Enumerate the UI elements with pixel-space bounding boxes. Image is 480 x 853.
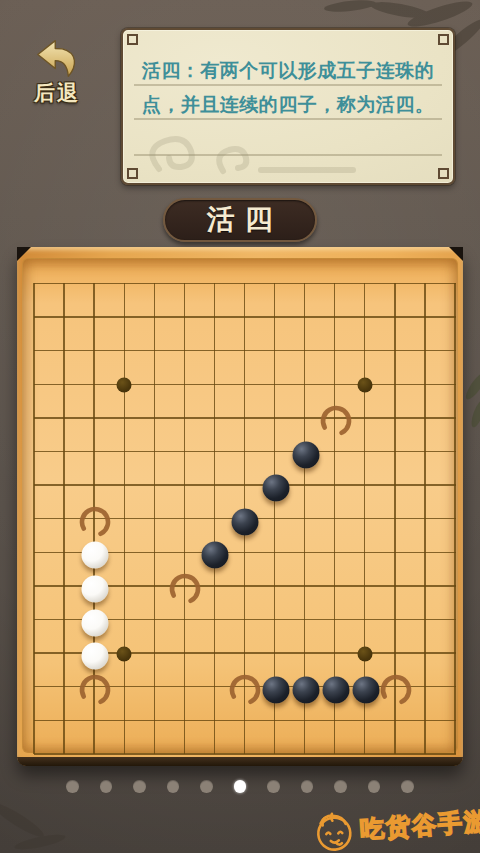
win-point-marker (319, 404, 353, 438)
pagination-dot[interactable] (133, 780, 146, 793)
win-point-marker (228, 673, 262, 707)
black-stone (292, 441, 319, 468)
gomoku-tutorial-screen: { "game": "gomoku", "header": { "back_la… (0, 0, 480, 853)
grid-line (424, 283, 425, 754)
pagination-dot[interactable] (167, 780, 180, 793)
back-button[interactable]: 后退 (26, 38, 88, 107)
page-indicator (0, 780, 480, 793)
white-stone (82, 609, 109, 636)
pagination-dot-active[interactable] (234, 780, 247, 793)
pagination-dot[interactable] (368, 780, 381, 793)
white-stone (82, 643, 109, 670)
star-point (117, 378, 132, 393)
black-stone (352, 676, 379, 703)
white-stone (82, 575, 109, 602)
black-stone (322, 676, 349, 703)
star-point (117, 647, 132, 662)
lesson-title-banner: 活四 (163, 198, 317, 242)
black-stone (262, 475, 289, 502)
pagination-dot[interactable] (66, 780, 79, 793)
bamboo-decoration-bottom-left (0, 760, 120, 853)
panel-corner-ornament (438, 168, 449, 179)
cloud-swirl-decoration (131, 125, 361, 177)
pagination-dot[interactable] (267, 780, 280, 793)
watermark: 吃货谷手游 (310, 798, 480, 853)
back-button-label: 后退 (26, 79, 88, 107)
board-grid (34, 284, 455, 754)
black-stone (292, 676, 319, 703)
win-point-marker (379, 673, 413, 707)
black-stone (262, 676, 289, 703)
board-bottom-edge (17, 757, 463, 766)
pagination-dot[interactable] (200, 780, 213, 793)
board-corner-shadow (449, 247, 463, 261)
ruled-line (134, 118, 442, 120)
tip-panel: 活四：有两个可以形成五子连珠的 点，并且连续的四子，称为活四。 (121, 28, 455, 185)
ruled-line (134, 84, 442, 86)
lesson-title: 活四 (197, 201, 283, 239)
gomoku-board[interactable] (17, 247, 463, 766)
grid-line (34, 753, 456, 754)
black-stone (202, 542, 229, 569)
pagination-dot[interactable] (334, 780, 347, 793)
board-field (22, 258, 458, 753)
panel-corner-ornament (127, 34, 138, 45)
board-corner-shadow (17, 247, 31, 261)
tip-text-line1: 活四：有两个可以形成五子连珠的 (129, 58, 447, 84)
win-point-marker (168, 572, 202, 606)
watermark-face-icon (310, 807, 359, 853)
star-point (357, 378, 372, 393)
white-stone (82, 542, 109, 569)
watermark-text: 吃货谷手游 (359, 805, 480, 846)
pagination-dot[interactable] (100, 780, 113, 793)
black-stone (232, 508, 259, 535)
star-point (357, 647, 372, 662)
win-point-marker (78, 673, 112, 707)
tip-text-line2: 点，并且连续的四子，称为活四。 (129, 92, 447, 118)
grid-line (34, 720, 456, 721)
grid-line (454, 283, 455, 754)
panel-corner-ornament (438, 34, 449, 45)
pagination-dot[interactable] (401, 780, 414, 793)
back-arrow-icon (33, 38, 81, 78)
win-point-marker (78, 505, 112, 539)
pagination-dot[interactable] (301, 780, 314, 793)
